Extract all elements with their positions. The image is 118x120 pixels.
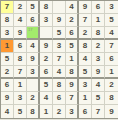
cell-r3c9[interactable]: 4 <box>105 27 118 40</box>
cell-r8c9[interactable]: 8 <box>105 92 118 105</box>
cell-r5c4[interactable]: 2 <box>40 53 53 66</box>
cell-r5c2[interactable]: 8 <box>14 53 27 66</box>
digit: 6 <box>30 16 34 24</box>
digit: 3 <box>57 42 61 50</box>
cell-r7c5[interactable]: 8 <box>53 79 66 92</box>
cell-r8c1[interactable]: 9 <box>1 92 14 105</box>
cell-r9c2[interactable]: 5 <box>14 105 27 118</box>
digit: 4 <box>44 94 48 102</box>
cell-r6c7[interactable]: 5 <box>79 66 92 79</box>
cell-r8c7[interactable]: 1 <box>79 92 92 105</box>
cell-r8c8[interactable]: 5 <box>92 92 105 105</box>
cell-r4c1[interactable]: 1 <box>1 40 14 53</box>
cell-r7c1[interactable]: 6 <box>1 79 14 92</box>
digit: 6 <box>109 55 113 63</box>
cell-r9c8[interactable]: 7 <box>92 105 105 118</box>
digit: 3 <box>83 81 87 89</box>
cell-r4c9[interactable]: 7 <box>105 40 118 53</box>
digit: 8 <box>96 29 100 37</box>
digit: 9 <box>69 81 73 89</box>
cell-r9c3[interactable]: 8 <box>27 105 40 118</box>
cell-r8c3[interactable]: 2 <box>27 92 40 105</box>
cell-r1c6[interactable]: 4 <box>66 1 79 14</box>
digit: 1 <box>96 16 100 24</box>
digit: 8 <box>30 108 34 116</box>
cell-r8c4[interactable]: 4 <box>40 92 53 105</box>
digit: 3 <box>30 68 34 76</box>
cell-r6c5[interactable]: 4 <box>53 66 66 79</box>
cell-r7c6[interactable]: 9 <box>66 79 79 92</box>
digit: 9 <box>83 3 87 11</box>
cell-r6c4[interactable]: 6 <box>40 66 53 79</box>
digit: 6 <box>57 94 61 102</box>
digit: 5 <box>109 16 113 24</box>
cell-r6c1[interactable]: 2 <box>1 66 14 79</box>
cell-r9c7[interactable]: 6 <box>79 105 92 118</box>
cell-r5c3[interactable]: 9 <box>27 53 40 66</box>
cell-r9c6[interactable]: 3 <box>66 105 79 118</box>
cell-r2c6[interactable]: 2 <box>66 14 79 27</box>
cell-r9c4[interactable]: 1 <box>40 105 53 118</box>
cell-r6c6[interactable]: 8 <box>66 66 79 79</box>
digit: 2 <box>30 94 34 102</box>
cell-r1c9[interactable]: 3 <box>105 1 118 14</box>
digit: 4 <box>18 16 22 24</box>
cell-r1c3[interactable]: 5 <box>27 1 40 14</box>
digit: 2 <box>5 68 9 76</box>
digit: 4 <box>69 3 73 11</box>
digit: 4 <box>5 108 9 116</box>
digit: 8 <box>69 68 73 76</box>
sudoku-board: 7258496384639271539175628416493582758927… <box>0 0 118 119</box>
digit: 9 <box>57 16 61 24</box>
digit: 2 <box>69 16 73 24</box>
digit: 9 <box>18 29 22 37</box>
cell-r5c6[interactable]: 1 <box>66 53 79 66</box>
digit: 6 <box>83 108 87 116</box>
digit: 1 <box>109 68 113 76</box>
cell-r7c3[interactable] <box>27 79 40 92</box>
cell-r2c5[interactable]: 9 <box>53 14 66 27</box>
digit: 3 <box>44 16 48 24</box>
digit: 5 <box>18 108 22 116</box>
cell-r6c3[interactable]: 3 <box>27 66 40 79</box>
digit: 3 <box>69 108 73 116</box>
digit: 7 <box>69 94 73 102</box>
digit: 8 <box>83 42 87 50</box>
cell-r6c8[interactable]: 9 <box>92 66 105 79</box>
cell-r4c3[interactable]: 4 <box>27 40 40 53</box>
digit: 8 <box>18 55 22 63</box>
digit: 2 <box>57 108 61 116</box>
digit: 6 <box>96 3 100 11</box>
digit: 4 <box>96 81 100 89</box>
digit: 7 <box>5 3 9 11</box>
digit: 4 <box>83 55 87 63</box>
digit: 7 <box>83 16 87 24</box>
digit: 2 <box>109 81 113 89</box>
cell-r7c9[interactable]: 2 <box>105 79 118 92</box>
cell-r5c5[interactable]: 7 <box>53 53 66 66</box>
digit: 5 <box>69 42 73 50</box>
cell-r1c4[interactable]: 8 <box>40 1 53 14</box>
cell-r4c2[interactable]: 6 <box>14 40 27 53</box>
cell-r4c7[interactable]: 8 <box>79 40 92 53</box>
cell-r8c6[interactable]: 7 <box>66 92 79 105</box>
cell-r2c9[interactable]: 5 <box>105 14 118 27</box>
digit: 5 <box>83 68 87 76</box>
cell-r2c4[interactable]: 3 <box>40 14 53 27</box>
digit: 2 <box>96 42 100 50</box>
cell-r2c3[interactable]: 6 <box>27 14 40 27</box>
cell-r4c6[interactable]: 5 <box>66 40 79 53</box>
cell-r9c1[interactable]: 4 <box>1 105 14 118</box>
cell-r7c2[interactable]: 1 <box>14 79 27 92</box>
digit: 6 <box>44 68 48 76</box>
cell-r5c1[interactable]: 5 <box>1 53 14 66</box>
cell-r3c8[interactable]: 8 <box>92 27 105 40</box>
digit: 3 <box>109 3 113 11</box>
cell-r3c4[interactable] <box>40 27 53 40</box>
digit: 8 <box>109 94 113 102</box>
cell-r1c1[interactable]: 7 <box>1 1 14 14</box>
cell-r5c9[interactable]: 6 <box>105 53 118 66</box>
cell-r6c9[interactable]: 1 <box>105 66 118 79</box>
digit: 8 <box>5 16 9 24</box>
cell-r3c7[interactable]: 2 <box>79 27 92 40</box>
cell-r2c2[interactable]: 4 <box>14 14 27 27</box>
cell-r5c8[interactable]: 3 <box>92 53 105 66</box>
digit: 2 <box>18 3 22 11</box>
cell-r1c8[interactable]: 6 <box>92 1 105 14</box>
cell-r5c7[interactable]: 4 <box>79 53 92 66</box>
digit: 4 <box>57 68 61 76</box>
cell-r3c2[interactable]: 9 <box>14 27 27 40</box>
digit: 7 <box>18 68 22 76</box>
digit: 8 <box>57 81 61 89</box>
digit: 7 <box>57 55 61 63</box>
cell-r3c3[interactable]: 17 <box>27 27 40 40</box>
cell-r7c7[interactable]: 3 <box>79 79 92 92</box>
cell-r2c7[interactable]: 7 <box>79 14 92 27</box>
cell-r8c2[interactable]: 3 <box>14 92 27 105</box>
digit: 5 <box>96 94 100 102</box>
digit: 2 <box>44 55 48 63</box>
digit: 5 <box>44 81 48 89</box>
digit: 5 <box>30 3 34 11</box>
digit: 8 <box>44 3 48 11</box>
digit: 6 <box>18 42 22 50</box>
cell-r1c5[interactable] <box>53 1 66 14</box>
cell-r4c5[interactable]: 3 <box>53 40 66 53</box>
digit: 1 <box>5 42 9 50</box>
digit: 1 <box>44 108 48 116</box>
digit: 4 <box>30 42 34 50</box>
cell-r4c4[interactable]: 9 <box>40 40 53 53</box>
digit: 9 <box>30 55 34 63</box>
cell-r2c1[interactable]: 8 <box>1 14 14 27</box>
cell-r1c2[interactable]: 2 <box>14 1 27 14</box>
cell-r4c8[interactable]: 2 <box>92 40 105 53</box>
digit: 9 <box>5 94 9 102</box>
cell-r3c1[interactable]: 3 <box>1 27 14 40</box>
cell-r8c5[interactable]: 6 <box>53 92 66 105</box>
cell-r9c5[interactable]: 2 <box>53 105 66 118</box>
digit: 6 <box>69 29 73 37</box>
cell-r7c8[interactable]: 4 <box>92 79 105 92</box>
digit: 9 <box>96 68 100 76</box>
digit: 5 <box>5 55 9 63</box>
cell-r7c4[interactable]: 5 <box>40 79 53 92</box>
digit: 2 <box>83 29 87 37</box>
cell-r9c9[interactable]: 9 <box>105 105 118 118</box>
digit: 9 <box>109 108 113 116</box>
digit: 9 <box>44 42 48 50</box>
digit: 1 <box>18 81 22 89</box>
cell-r6c2[interactable]: 7 <box>14 66 27 79</box>
digit: 6 <box>5 81 9 89</box>
digit: 3 <box>96 55 100 63</box>
digit: 7 <box>109 42 113 50</box>
digit: 4 <box>109 29 113 37</box>
cell-r2c8[interactable]: 1 <box>92 14 105 27</box>
cell-r3c5[interactable]: 5 <box>53 27 66 40</box>
digit: 5 <box>57 29 61 37</box>
cell-r1c7[interactable]: 9 <box>79 1 92 14</box>
digit: 1 <box>69 55 73 63</box>
cell-r3c6[interactable]: 6 <box>66 27 79 40</box>
digit: 3 <box>18 94 22 102</box>
digit: 7 <box>96 108 100 116</box>
digit: 1 <box>83 94 87 102</box>
pencil-marks: 17 <box>28 28 32 32</box>
digit: 3 <box>5 29 9 37</box>
